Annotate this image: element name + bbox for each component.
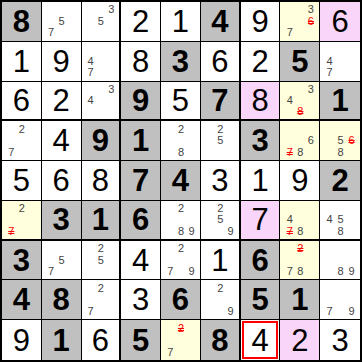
solved-digit: 9	[13, 325, 30, 356]
cell-r1c2[interactable]: 57	[42, 2, 82, 42]
cell-r5c3[interactable]: 8	[82, 161, 122, 201]
given-digit: 6	[172, 284, 189, 315]
candidate-2: 2	[96, 243, 106, 255]
solved-digit: 9	[291, 165, 308, 196]
solved-digit: 6	[53, 165, 70, 196]
candidate-5: 5	[56, 16, 67, 28]
candidates: 28	[161, 121, 200, 160]
given-digit: 7	[132, 165, 149, 196]
candidates: 678	[280, 121, 319, 160]
cell-r8c9[interactable]: 79	[320, 280, 360, 320]
candidate-5: 5	[335, 214, 346, 225]
given-digit: 3	[13, 245, 30, 276]
candidate-2: 2	[215, 123, 225, 135]
cell-r8c3[interactable]: 27	[82, 280, 122, 320]
cell-r4c7[interactable]: 3	[241, 121, 281, 161]
candidate-8: 8	[295, 266, 306, 278]
cell-r8c1[interactable]: 4	[2, 280, 42, 320]
solved-digit: 2	[291, 325, 308, 356]
given-digit: 4	[13, 284, 30, 315]
candidates: 47	[82, 42, 120, 81]
cell-r5c8[interactable]: 9	[280, 161, 320, 201]
given-digit: 3	[53, 204, 70, 235]
solved-digit: 3	[331, 325, 348, 356]
candidates: 289	[161, 201, 200, 239]
solved-digit: 4	[132, 245, 149, 276]
candidate-3: 3	[306, 84, 317, 95]
given-digit: 3	[172, 46, 189, 77]
solved-digit: 9	[53, 46, 70, 77]
solved-digit: 1	[251, 165, 268, 196]
candidate-4: 4	[86, 55, 96, 67]
eliminated-candidate-7: 7	[6, 225, 17, 236]
cell-r3c8[interactable]: 348	[280, 82, 320, 122]
cell-r3c5[interactable]: 5	[161, 82, 201, 122]
candidate-4: 4	[284, 95, 295, 106]
cell-r1c5[interactable]: 1	[161, 2, 201, 42]
given-digit: 1	[132, 125, 149, 156]
solved-digit: 7	[251, 204, 268, 235]
given-digit: 5	[291, 46, 308, 77]
solved-digit: 8	[251, 85, 268, 116]
cell-r3c4[interactable]: 9	[121, 82, 161, 122]
cell-r7c7[interactable]: 6	[241, 241, 281, 281]
cell-r7c4[interactable]: 4	[121, 241, 161, 281]
given-digit: 4	[211, 6, 228, 37]
cell-r5c4[interactable]: 7	[121, 161, 161, 201]
cell-r3c6[interactable]: 7	[201, 82, 241, 122]
solved-digit: 2	[132, 6, 149, 37]
solved-digit: 4	[251, 325, 268, 356]
solved-digit: 1	[172, 6, 189, 37]
candidate-7: 7	[165, 266, 176, 278]
cell-r8c6[interactable]: 29	[201, 280, 241, 320]
eliminated-candidate-2: 2	[295, 243, 306, 255]
candidates: 57	[42, 241, 81, 280]
cell-r2c3[interactable]: 47	[82, 42, 122, 82]
cell-r6c7[interactable]: 7	[241, 201, 281, 241]
solved-digit: 2	[53, 85, 70, 116]
cell-r6c2[interactable]: 3	[42, 201, 82, 241]
candidates: 25	[82, 241, 120, 280]
candidates: 27	[161, 320, 200, 360]
candidates: 27	[2, 121, 41, 160]
cell-r5c1[interactable]: 5	[2, 161, 42, 201]
eliminated-candidate-8: 8	[295, 106, 306, 117]
cell-r5c9[interactable]: 2	[320, 161, 360, 201]
cell-r9c6[interactable]: 8	[201, 320, 241, 360]
candidate-9: 9	[186, 225, 197, 236]
candidates: 348	[280, 82, 319, 120]
cell-r1c7[interactable]: 9	[241, 2, 281, 42]
cell-r2c7[interactable]: 2	[241, 42, 281, 82]
cell-r4c6[interactable]: 25	[201, 121, 241, 161]
cell-r8c8[interactable]: 1	[280, 280, 320, 320]
candidate-5: 5	[96, 254, 106, 266]
given-digit: 1	[331, 85, 348, 116]
given-digit: 6	[251, 245, 268, 276]
cell-r9c2[interactable]: 1	[42, 320, 82, 360]
candidates: 278	[280, 241, 319, 280]
candidate-5: 5	[215, 214, 225, 225]
candidate-7: 7	[46, 27, 57, 39]
candidate-2: 2	[17, 123, 28, 135]
cell-r2c9[interactable]: 47	[320, 42, 360, 82]
candidate-2: 2	[176, 123, 187, 135]
candidates: 568	[320, 121, 360, 160]
candidates: 27	[82, 280, 120, 319]
candidate-7: 7	[324, 67, 335, 79]
cell-r7c6[interactable]: 1	[201, 241, 241, 281]
solved-digit: 1	[211, 245, 228, 276]
solved-digit: 6	[211, 46, 228, 77]
candidates: 279	[161, 241, 200, 280]
candidate-7: 7	[284, 266, 295, 278]
cell-r9c1[interactable]: 9	[2, 320, 42, 360]
cell-r7c1[interactable]: 3	[2, 241, 42, 281]
cell-r6c1[interactable]: 27	[2, 201, 42, 241]
cell-r4c3[interactable]: 9	[82, 121, 122, 161]
candidate-2: 2	[176, 243, 187, 255]
given-digit: 7	[211, 85, 228, 116]
candidates: 458	[320, 201, 360, 239]
cell-r3c1[interactable]: 6	[2, 82, 42, 122]
candidate-2: 2	[17, 203, 28, 214]
candidate-2: 2	[215, 282, 225, 294]
cell-r9c8[interactable]: 2	[280, 320, 320, 360]
candidates: 25	[201, 121, 239, 160]
cell-r5c2[interactable]: 6	[42, 161, 82, 201]
candidate-4: 4	[324, 55, 335, 67]
cell-r6c8[interactable]: 478	[280, 201, 320, 241]
cell-r2c5[interactable]: 3	[161, 42, 201, 82]
eliminated-candidate-7: 7	[284, 225, 295, 236]
candidate-9: 9	[346, 306, 357, 318]
candidates: 79	[320, 280, 360, 319]
candidate-7: 7	[284, 27, 295, 39]
candidate-6: 6	[306, 135, 317, 147]
cell-r2c1[interactable]: 1	[2, 42, 42, 82]
candidate-5: 5	[56, 254, 67, 266]
cell-r3c2[interactable]: 2	[42, 82, 82, 122]
solved-digit: 3	[132, 284, 149, 315]
cell-r7c8[interactable]: 278	[280, 241, 320, 281]
cell-r5c5[interactable]: 4	[161, 161, 201, 201]
candidate-7: 7	[165, 346, 176, 358]
candidate-3: 3	[106, 4, 116, 16]
given-digit: 8	[13, 6, 30, 37]
candidates: 29	[201, 280, 239, 319]
cell-r4c2[interactable]: 4	[42, 121, 82, 161]
candidates: 34	[82, 82, 120, 120]
cell-r5c7[interactable]: 1	[241, 161, 281, 201]
sudoku-board: 8573521493676194783625476234957834812749…	[0, 0, 362, 362]
cell-r8c5[interactable]: 6	[161, 280, 201, 320]
cell-r9c3[interactable]: 6	[82, 320, 122, 360]
given-digit: 9	[92, 125, 109, 156]
given-digit: 3	[251, 125, 268, 156]
candidate-5: 5	[335, 135, 346, 147]
cell-r4c5[interactable]: 28	[161, 121, 201, 161]
solved-digit: 3	[211, 165, 228, 196]
eliminated-candidate-6: 6	[306, 16, 317, 28]
cell-r3c7[interactable]: 8	[241, 82, 281, 122]
solved-digit: 1	[13, 46, 30, 77]
cell-r3c9[interactable]: 1	[320, 82, 360, 122]
solved-digit: 6	[13, 85, 30, 116]
cell-r7c2[interactable]: 57	[42, 241, 82, 281]
given-digit: 6	[132, 204, 149, 235]
eliminated-candidate-2: 2	[176, 322, 187, 334]
given-digit: 5	[251, 284, 268, 315]
candidate-5: 5	[215, 135, 225, 147]
solved-digit: 5	[172, 85, 189, 116]
candidate-8: 8	[295, 225, 306, 236]
given-digit: 8	[53, 284, 70, 315]
candidate-9: 9	[346, 266, 357, 278]
cell-r1c8[interactable]: 367	[280, 2, 320, 42]
candidate-8: 8	[295, 147, 306, 159]
candidate-8: 8	[335, 147, 346, 159]
given-digit: 9	[132, 85, 149, 116]
candidate-7: 7	[46, 266, 57, 278]
cell-r4c1[interactable]: 27	[2, 121, 42, 161]
solved-digit: 4	[53, 125, 70, 156]
solved-digit: 5	[13, 165, 30, 196]
candidate-7: 7	[86, 67, 96, 79]
cell-r4c9[interactable]: 568	[320, 121, 360, 161]
candidate-3: 3	[306, 4, 317, 16]
cell-r2c4[interactable]: 8	[121, 42, 161, 82]
solved-digit: 2	[251, 46, 268, 77]
candidate-8: 8	[335, 225, 346, 236]
candidate-7: 7	[324, 306, 335, 318]
cell-r3c3[interactable]: 34	[82, 82, 122, 122]
given-digit: 1	[53, 325, 70, 356]
cell-r6c6[interactable]: 259	[201, 201, 241, 241]
candidates: 47	[320, 42, 360, 81]
cell-r5c6[interactable]: 3	[201, 161, 241, 201]
candidate-3: 3	[106, 84, 116, 95]
candidates: 57	[42, 2, 81, 41]
eliminated-candidate-7: 7	[284, 147, 295, 159]
candidates: 478	[280, 201, 319, 239]
candidate-9: 9	[225, 225, 235, 236]
candidate-2: 2	[176, 203, 187, 214]
solved-digit: 6	[331, 6, 348, 37]
candidate-7: 7	[86, 306, 96, 318]
cell-r8c7[interactable]: 5	[241, 280, 281, 320]
candidate-9: 9	[225, 306, 235, 318]
cell-r1c1[interactable]: 8	[2, 2, 42, 42]
solved-digit: 6	[92, 325, 109, 356]
cell-r7c3[interactable]: 25	[82, 241, 122, 281]
cell-r9c5[interactable]: 27	[161, 320, 201, 360]
cell-r2c6[interactable]: 6	[201, 42, 241, 82]
cell-r4c8[interactable]: 678	[280, 121, 320, 161]
candidates: 259	[201, 201, 239, 239]
candidates: 367	[280, 2, 319, 41]
given-digit: 5	[132, 325, 149, 356]
given-digit: 8	[211, 325, 228, 356]
cell-r1c3[interactable]: 35	[82, 2, 122, 42]
cell-r8c2[interactable]: 8	[42, 280, 82, 320]
cell-r6c4[interactable]: 6	[121, 201, 161, 241]
cell-r8c4[interactable]: 3	[121, 280, 161, 320]
solved-digit: 9	[251, 6, 268, 37]
cell-r9c7[interactable]: 4	[241, 320, 281, 360]
solved-digit: 8	[132, 46, 149, 77]
cell-r1c6[interactable]: 4	[201, 2, 241, 42]
cell-r9c9[interactable]: 3	[320, 320, 360, 360]
cell-r4c4[interactable]: 1	[121, 121, 161, 161]
cell-r9c4[interactable]: 5	[121, 320, 161, 360]
candidate-9: 9	[186, 266, 197, 278]
candidate-8: 8	[335, 266, 346, 278]
candidate-4: 4	[86, 95, 96, 106]
candidate-8: 8	[176, 225, 187, 236]
solved-digit: 8	[92, 165, 109, 196]
candidate-4: 4	[284, 214, 295, 225]
cell-r6c9[interactable]: 458	[320, 201, 360, 241]
candidate-2: 2	[96, 282, 106, 294]
candidate-8: 8	[176, 147, 187, 159]
cell-r1c4[interactable]: 2	[121, 2, 161, 42]
given-digit: 2	[331, 165, 348, 196]
cell-r2c8[interactable]: 5	[280, 42, 320, 82]
cell-r2c2[interactable]: 9	[42, 42, 82, 82]
given-digit: 4	[172, 165, 189, 196]
candidate-7: 7	[6, 147, 17, 159]
cell-r7c9[interactable]: 89	[320, 241, 360, 281]
candidates: 35	[82, 2, 120, 41]
cell-r6c5[interactable]: 289	[161, 201, 201, 241]
eliminated-candidate-6: 6	[346, 135, 357, 147]
given-digit: 1	[291, 284, 308, 315]
cell-r1c9[interactable]: 6	[320, 2, 360, 42]
candidates: 27	[2, 201, 41, 239]
cell-r6c3[interactable]: 1	[82, 201, 122, 241]
cell-r7c5[interactable]: 279	[161, 241, 201, 281]
given-digit: 1	[92, 204, 109, 235]
candidate-4: 4	[324, 214, 335, 225]
candidate-5: 5	[96, 16, 106, 28]
candidates: 89	[320, 241, 360, 280]
